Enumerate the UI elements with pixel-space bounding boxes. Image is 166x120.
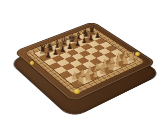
brass-latch-icon	[135, 52, 140, 56]
square: ♜	[70, 80, 84, 88]
board-grid: ♜♞♝♛♚♝♞♜♟♟♟♟♟♟♟♟♟♟♟♟♟♟♟♟♜♞♝♛♚♝♞♜	[33, 31, 136, 89]
product-photo[interactable]: ♜♞♝♛♚♝♞♜♟♟♟♟♟♟♟♟♟♟♟♟♟♟♟♟♜♞♝♛♚♝♞♜	[0, 0, 166, 120]
board-lid: ♜♞♝♛♚♝♞♜♟♟♟♟♟♟♟♟♟♟♟♟♟♟♟♟♜♞♝♛♚♝♞♜	[14, 21, 157, 102]
brass-foot-icon	[74, 89, 80, 94]
brass-hinge-icon	[30, 61, 34, 65]
chess-piece-white: ♟	[122, 50, 129, 58]
perspective-wrapper: ♜♞♝♛♚♝♞♜♟♟♟♟♟♟♟♟♟♟♟♟♟♟♟♟♜♞♝♛♚♝♞♜	[20, 0, 148, 120]
chess-case: ♜♞♝♛♚♝♞♜♟♟♟♟♟♟♟♟♟♟♟♟♟♟♟♟♜♞♝♛♚♝♞♜	[14, 21, 157, 102]
square: ♛	[94, 70, 107, 78]
square: ♜	[122, 57, 135, 64]
square: ♟	[47, 51, 59, 58]
chess-set-photo-anchor: ♜♞♝♛♚♝♞♜♟♟♟♟♟♟♟♟♟♟♟♟♟♟♟♟♜♞♝♛♚♝♞♜	[20, 0, 148, 120]
chess-piece-white: ♞	[83, 70, 92, 82]
square: ♝	[108, 63, 121, 70]
square	[64, 56, 77, 63]
